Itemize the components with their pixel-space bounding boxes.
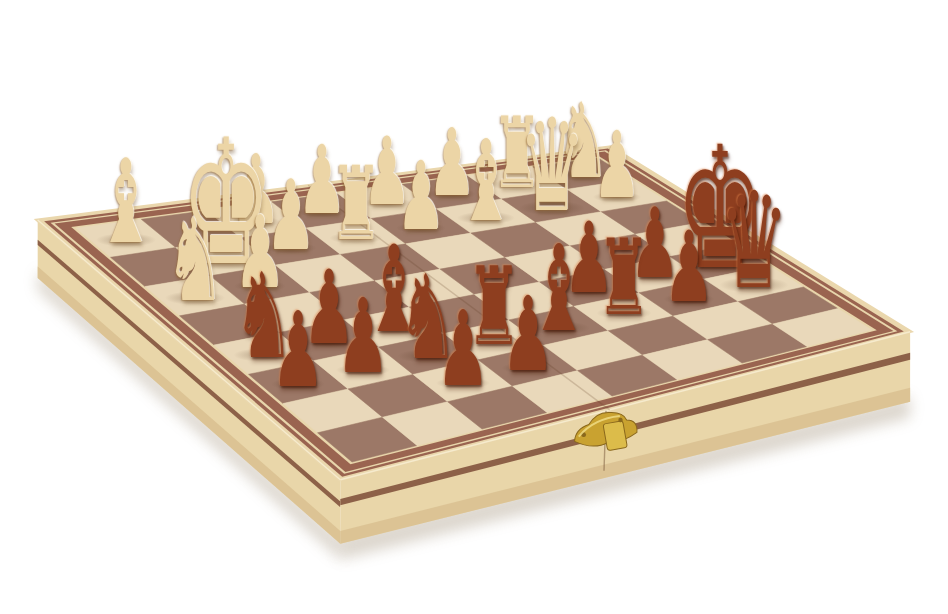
product-photo: ♝♟♟♟♟♜♞♚♟♜♟♝♛♟♞♟♞♟♝♟♟♚♟♟♞♜♝♜♟♛♟♟ Folding… <box>0 0 948 614</box>
piece-contact-shadow <box>165 291 225 305</box>
piece-contact-shadow <box>556 169 610 182</box>
piece-contact-shadow <box>564 284 615 296</box>
piece-contact-shadow <box>596 307 651 320</box>
piece-contact-shadow <box>719 277 788 293</box>
piece-contact-shadow <box>233 348 294 362</box>
piece-contact-shadow <box>466 335 522 348</box>
piece-contact-shadow <box>436 377 490 389</box>
piece-contact-shadow <box>398 349 459 363</box>
piece-contact-shadow <box>663 293 714 305</box>
piece-contact-shadow <box>330 232 383 244</box>
piece-contact-shadow <box>501 362 554 374</box>
piece-contact-shadow <box>363 322 425 336</box>
piece-contact-shadow <box>297 207 346 218</box>
piece-contact-shadow <box>271 377 325 390</box>
piece-contact-shadow <box>234 280 286 292</box>
piece-contact-shadow <box>336 364 390 376</box>
piece-contact-shadow <box>396 223 446 234</box>
piece-contact-shadow <box>593 192 641 203</box>
piece-contact-shadow <box>362 198 411 209</box>
piece-contact-shadow <box>457 211 515 224</box>
piece-contact-shadow <box>519 200 585 215</box>
piece-contact-shadow <box>428 188 476 199</box>
piece-contact-shadow <box>492 179 543 191</box>
piece-contact-shadow <box>265 242 316 254</box>
piece-contact-shadow <box>181 248 271 269</box>
piece-contact-shadow <box>528 321 590 335</box>
piece-contact-shadow <box>302 336 355 348</box>
piece-contact-shadow <box>231 216 281 228</box>
pieces-layer: ♝♟♟♟♟♜♞♚♟♜♟♝♛♟♞♟♞♟♝♟♟♚♟♟♞♜♝♜♟♛♟♟ <box>0 0 948 614</box>
piece-contact-shadow <box>629 270 680 282</box>
piece-contact-shadow <box>676 253 764 273</box>
piece-contact-shadow <box>96 233 156 247</box>
